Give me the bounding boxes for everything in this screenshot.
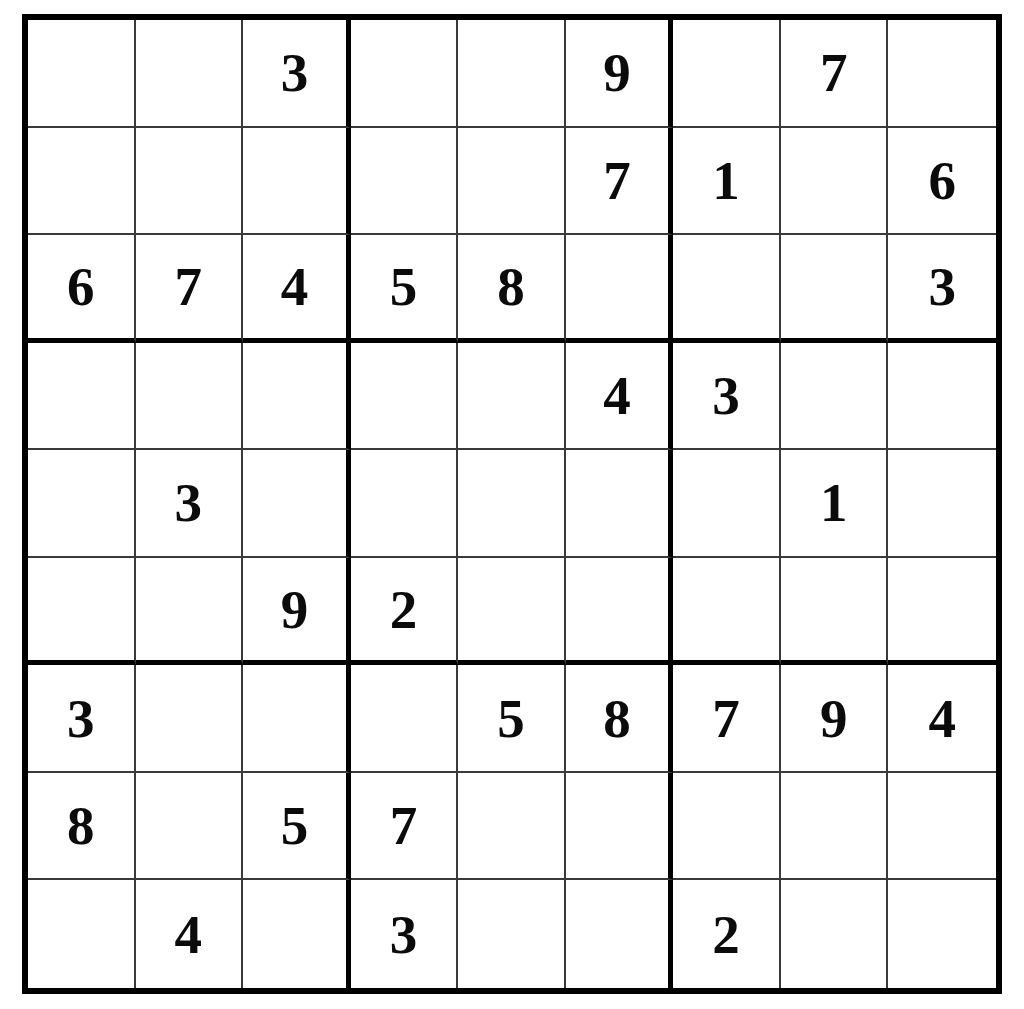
cell-r4c8[interactable] [781, 343, 889, 451]
cell-r7c7[interactable]: 7 [673, 665, 781, 773]
cell-r7c4[interactable] [351, 665, 459, 773]
given-digit: 8 [603, 691, 631, 746]
cell-r1c7[interactable] [673, 20, 781, 128]
given-digit: 1 [712, 153, 740, 208]
cell-r5c2[interactable]: 3 [136, 450, 244, 558]
given-digit: 3 [712, 368, 740, 423]
cell-r8c5[interactable] [458, 773, 566, 881]
cell-r1c3[interactable]: 3 [243, 20, 351, 128]
given-digit: 7 [390, 798, 418, 853]
cell-r6c7[interactable] [673, 558, 781, 666]
given-digit: 9 [820, 691, 848, 746]
cell-r1c4[interactable] [351, 20, 459, 128]
cell-r4c6[interactable]: 4 [566, 343, 674, 451]
cell-r2c7[interactable]: 1 [673, 128, 781, 236]
given-digit: 7 [603, 153, 631, 208]
cell-r3c6[interactable] [566, 235, 674, 343]
given-digit: 4 [603, 368, 631, 423]
cell-r9c9[interactable] [888, 880, 996, 988]
cell-r2c3[interactable] [243, 128, 351, 236]
cell-r6c9[interactable] [888, 558, 996, 666]
cell-r8c4[interactable]: 7 [351, 773, 459, 881]
cell-r5c5[interactable] [458, 450, 566, 558]
cell-r9c5[interactable] [458, 880, 566, 988]
given-digit: 3 [175, 475, 203, 530]
given-digit: 3 [67, 691, 95, 746]
cell-r1c2[interactable] [136, 20, 244, 128]
cell-r6c8[interactable] [781, 558, 889, 666]
cell-r3c3[interactable]: 4 [243, 235, 351, 343]
cell-r6c5[interactable] [458, 558, 566, 666]
cell-r7c3[interactable] [243, 665, 351, 773]
cell-r2c5[interactable] [458, 128, 566, 236]
cell-r6c1[interactable] [28, 558, 136, 666]
cell-r4c2[interactable] [136, 343, 244, 451]
cell-r9c6[interactable] [566, 880, 674, 988]
cell-r6c3[interactable]: 9 [243, 558, 351, 666]
cell-r1c8[interactable]: 7 [781, 20, 889, 128]
cell-r8c1[interactable]: 8 [28, 773, 136, 881]
cell-r8c7[interactable] [673, 773, 781, 881]
given-digit: 4 [281, 259, 309, 314]
cell-r3c1[interactable]: 6 [28, 235, 136, 343]
cell-r9c3[interactable] [243, 880, 351, 988]
given-digit: 7 [820, 45, 848, 100]
cell-r7c1[interactable]: 3 [28, 665, 136, 773]
cell-r3c8[interactable] [781, 235, 889, 343]
cell-r6c6[interactable] [566, 558, 674, 666]
cell-r7c6[interactable]: 8 [566, 665, 674, 773]
given-digit: 9 [603, 45, 631, 100]
given-digit: 6 [928, 153, 956, 208]
cell-r6c2[interactable] [136, 558, 244, 666]
cell-r3c9[interactable]: 3 [888, 235, 996, 343]
cell-r1c9[interactable] [888, 20, 996, 128]
cell-r4c9[interactable] [888, 343, 996, 451]
cell-r3c2[interactable]: 7 [136, 235, 244, 343]
cell-r8c2[interactable] [136, 773, 244, 881]
cell-r4c1[interactable] [28, 343, 136, 451]
cell-r9c7[interactable]: 2 [673, 880, 781, 988]
cell-r7c8[interactable]: 9 [781, 665, 889, 773]
cell-r4c4[interactable] [351, 343, 459, 451]
cell-r2c1[interactable] [28, 128, 136, 236]
given-digit: 5 [497, 691, 525, 746]
given-digit: 9 [281, 582, 309, 637]
cell-r1c6[interactable]: 9 [566, 20, 674, 128]
cell-r2c8[interactable] [781, 128, 889, 236]
given-digit: 8 [497, 259, 525, 314]
given-digit: 3 [928, 259, 956, 314]
cell-r4c7[interactable]: 3 [673, 343, 781, 451]
given-digit: 7 [175, 259, 203, 314]
cell-r8c9[interactable] [888, 773, 996, 881]
cell-r4c5[interactable] [458, 343, 566, 451]
cell-r7c5[interactable]: 5 [458, 665, 566, 773]
cell-r5c7[interactable] [673, 450, 781, 558]
sudoku-board: 397716674583433192358794857432 [22, 14, 1002, 994]
cell-r8c3[interactable]: 5 [243, 773, 351, 881]
given-digit: 6 [67, 259, 95, 314]
cell-r2c2[interactable] [136, 128, 244, 236]
cell-r5c3[interactable] [243, 450, 351, 558]
cell-r4c3[interactable] [243, 343, 351, 451]
given-digit: 1 [820, 475, 848, 530]
given-digit: 8 [67, 798, 95, 853]
given-digit: 4 [928, 691, 956, 746]
cell-r5c6[interactable] [566, 450, 674, 558]
cell-r7c9[interactable]: 4 [888, 665, 996, 773]
cell-r9c8[interactable] [781, 880, 889, 988]
cell-r9c4[interactable]: 3 [351, 880, 459, 988]
cell-r2c9[interactable]: 6 [888, 128, 996, 236]
given-digit: 3 [281, 45, 309, 100]
cell-r5c8[interactable]: 1 [781, 450, 889, 558]
cell-r5c4[interactable] [351, 450, 459, 558]
cell-r5c1[interactable] [28, 450, 136, 558]
cell-r3c7[interactable] [673, 235, 781, 343]
cell-r9c1[interactable] [28, 880, 136, 988]
given-digit: 5 [390, 259, 418, 314]
cell-r1c5[interactable] [458, 20, 566, 128]
cell-r2c4[interactable] [351, 128, 459, 236]
cell-r8c8[interactable] [781, 773, 889, 881]
given-digit: 5 [281, 798, 309, 853]
given-digit: 3 [390, 907, 418, 962]
cell-r3c5[interactable]: 8 [458, 235, 566, 343]
given-digit: 7 [712, 691, 740, 746]
cell-r3c4[interactable]: 5 [351, 235, 459, 343]
cell-r9c2[interactable]: 4 [136, 880, 244, 988]
cell-r6c4[interactable]: 2 [351, 558, 459, 666]
cell-r7c2[interactable] [136, 665, 244, 773]
given-digit: 2 [712, 907, 740, 962]
cell-r2c6[interactable]: 7 [566, 128, 674, 236]
page: 397716674583433192358794857432 [0, 0, 1024, 1009]
cell-r5c9[interactable] [888, 450, 996, 558]
cell-r8c6[interactable] [566, 773, 674, 881]
given-digit: 2 [390, 582, 418, 637]
given-digit: 4 [175, 907, 203, 962]
cell-r1c1[interactable] [28, 20, 136, 128]
